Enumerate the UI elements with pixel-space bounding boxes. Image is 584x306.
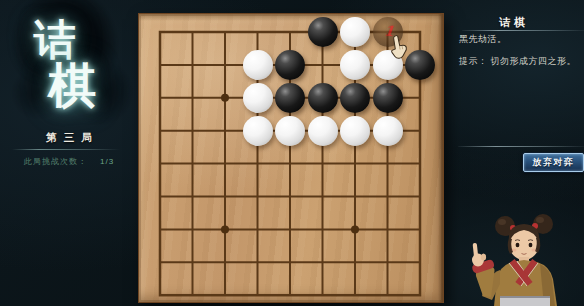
board-cell[interactable] [306,279,339,306]
puzzle-hint: 提示： 切勿形成方四之形。 [459,55,576,68]
board-cell[interactable] [241,279,274,306]
board-cell[interactable] [306,81,339,114]
panel-divider-bottom [458,146,584,147]
board-cell[interactable] [339,246,372,279]
board-cell[interactable] [371,180,404,213]
board-cell[interactable] [404,81,437,114]
board-cell[interactable] [371,114,404,147]
board-cell[interactable] [144,81,177,114]
board-cell[interactable] [306,114,339,147]
game-screen: 诘 棋 第三局 此局挑战次数：1/3 1 诘棋 黑先劫活。 提示： 切勿形成方四… [0,0,584,306]
board-cell[interactable] [274,180,307,213]
board-cell[interactable] [339,16,372,49]
board-cell[interactable] [176,48,209,81]
white-stone [308,116,338,146]
board-cell[interactable] [241,48,274,81]
board-cell[interactable] [339,180,372,213]
board-cell[interactable] [144,279,177,306]
board-cell[interactable] [209,147,242,180]
board-cell[interactable] [241,180,274,213]
left-panel: 诘 棋 第三局 此局挑战次数：1/3 [0,0,138,306]
board-cell[interactable] [209,81,242,114]
attempts-label: 此局挑战次数： [24,157,87,166]
board-cell[interactable] [241,147,274,180]
board-cell[interactable] [241,16,274,49]
board-cell[interactable] [176,180,209,213]
board-cell[interactable] [339,147,372,180]
white-stone [340,116,370,146]
white-stone [340,50,370,80]
board-cell[interactable] [371,147,404,180]
board-cell[interactable] [144,180,177,213]
board-cell[interactable] [209,213,242,246]
board-cell[interactable] [274,16,307,49]
board-cell[interactable] [371,279,404,306]
board-cell[interactable] [306,180,339,213]
black-stone [340,83,370,113]
board-cell[interactable] [339,81,372,114]
board-cell[interactable] [274,147,307,180]
board-cell[interactable] [274,279,307,306]
black-stone [308,17,338,47]
board-cell[interactable] [274,213,307,246]
attempts-counter: 此局挑战次数：1/3 [24,156,114,167]
board-cell[interactable] [404,246,437,279]
board-cell[interactable] [209,114,242,147]
puzzle-calligraphy-char-2: 棋 [48,54,96,118]
board-cell[interactable] [144,48,177,81]
board-cell[interactable] [144,114,177,147]
board-cell[interactable] [274,48,307,81]
board-cell[interactable] [144,213,177,246]
panel-title: 诘棋 [452,15,576,30]
board-cell[interactable] [176,213,209,246]
board-cell[interactable] [371,81,404,114]
chapter-label: 第三局 [0,131,138,145]
white-stone [243,116,273,146]
forfeit-button[interactable]: 放弃对弈 [523,153,584,172]
board-cell[interactable] [404,180,437,213]
board-cell[interactable] [209,279,242,306]
board-cell[interactable] [306,16,339,49]
board-cell[interactable] [404,114,437,147]
board-cell[interactable] [144,246,177,279]
board-cell[interactable] [274,114,307,147]
board-cell[interactable] [371,213,404,246]
board-cell[interactable] [209,180,242,213]
board-cell[interactable] [306,246,339,279]
board-cell[interactable] [306,213,339,246]
white-stone [243,50,273,80]
board-cell[interactable] [339,114,372,147]
left-divider [12,149,120,150]
board-cell[interactable] [274,81,307,114]
board-cell[interactable] [306,147,339,180]
board-cell[interactable] [241,81,274,114]
white-stone [275,116,305,146]
black-stone [308,83,338,113]
black-stone [275,83,305,113]
board-cell[interactable] [404,213,437,246]
board-cell[interactable] [404,16,437,49]
attempts-value: 1/3 [100,157,114,166]
board-cell[interactable] [176,16,209,49]
go-board[interactable]: 1 [138,13,444,303]
board-cell[interactable] [339,279,372,306]
board-cell[interactable] [209,246,242,279]
white-stone [243,83,273,113]
puzzle-objective: 黑先劫活。 [459,33,507,46]
board-cell[interactable] [241,114,274,147]
board-cell[interactable] [274,246,307,279]
board-cell[interactable] [209,16,242,49]
black-stone [373,83,403,113]
board-cell[interactable] [209,48,242,81]
character-portrait [460,200,584,306]
board-cell[interactable] [339,213,372,246]
board-cell[interactable] [176,279,209,306]
board-cell[interactable] [371,246,404,279]
board-cell[interactable] [144,147,177,180]
board-cell[interactable] [404,147,437,180]
board-cell[interactable] [241,246,274,279]
black-stone [405,50,435,80]
board-cell[interactable] [339,48,372,81]
white-stone [340,17,370,47]
board-cell[interactable] [176,147,209,180]
white-stone [373,116,403,146]
panel-divider-top [462,30,584,31]
board-cell[interactable] [144,16,177,49]
board-cell[interactable] [176,114,209,147]
board-cell[interactable] [241,213,274,246]
board-cell[interactable] [404,279,437,306]
board-cell[interactable] [176,246,209,279]
board-cell[interactable] [306,48,339,81]
black-stone [275,50,305,80]
board-cell[interactable] [176,81,209,114]
